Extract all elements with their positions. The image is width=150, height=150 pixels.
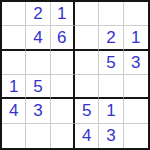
- cell-r1c3[interactable]: 1: [51, 2, 75, 26]
- cell-r1c5[interactable]: [99, 2, 123, 26]
- cell-r1c6[interactable]: [124, 2, 148, 26]
- cell-r4c5[interactable]: [99, 75, 123, 99]
- cell-r1c1[interactable]: [2, 2, 26, 26]
- cell-r3c3[interactable]: [51, 51, 75, 75]
- cell-r1c4[interactable]: [75, 2, 99, 26]
- cell-r3c4[interactable]: [75, 51, 99, 75]
- cell-r6c2[interactable]: [26, 124, 50, 148]
- cell-r5c3[interactable]: [51, 99, 75, 123]
- cell-r4c3[interactable]: [51, 75, 75, 99]
- cell-r6c5[interactable]: 3: [99, 124, 123, 148]
- cell-r4c6[interactable]: [124, 75, 148, 99]
- cell-r2c3[interactable]: 6: [51, 26, 75, 50]
- sudoku-board: 2 1 4 6 2 1 5 3 1 5 4 3 5 1 4 3: [0, 0, 150, 150]
- cell-r5c2[interactable]: 3: [26, 99, 50, 123]
- cell-r2c5[interactable]: 2: [99, 26, 123, 50]
- cell-r6c3[interactable]: [51, 124, 75, 148]
- cell-r2c2[interactable]: 4: [26, 26, 50, 50]
- cell-r4c4[interactable]: [75, 75, 99, 99]
- cell-r4c1[interactable]: 1: [2, 75, 26, 99]
- cell-r1c2[interactable]: 2: [26, 2, 50, 26]
- cell-r3c6[interactable]: 3: [124, 51, 148, 75]
- cell-r2c1[interactable]: [2, 26, 26, 50]
- cell-r2c4[interactable]: [75, 26, 99, 50]
- cell-r3c2[interactable]: [26, 51, 50, 75]
- cell-r3c1[interactable]: [2, 51, 26, 75]
- cell-r3c5[interactable]: 5: [99, 51, 123, 75]
- cell-r6c4[interactable]: 4: [75, 124, 99, 148]
- cell-r5c5[interactable]: 1: [99, 99, 123, 123]
- cell-r6c6[interactable]: [124, 124, 148, 148]
- cell-r6c1[interactable]: [2, 124, 26, 148]
- cell-r2c6[interactable]: 1: [124, 26, 148, 50]
- cell-r5c1[interactable]: 4: [2, 99, 26, 123]
- cell-r4c2[interactable]: 5: [26, 75, 50, 99]
- cell-r5c4[interactable]: 5: [75, 99, 99, 123]
- cell-r5c6[interactable]: [124, 99, 148, 123]
